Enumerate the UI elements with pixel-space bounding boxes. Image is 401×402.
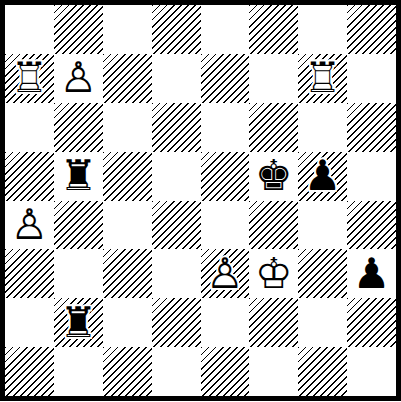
square-d7[interactable] (152, 54, 201, 103)
square-f5[interactable]: ♚♚ (249, 152, 298, 201)
square-h1[interactable] (347, 347, 396, 396)
square-d1[interactable] (152, 347, 201, 396)
square-h2[interactable] (347, 298, 396, 347)
white-rook: ♜♖ (5, 54, 54, 103)
square-e7[interactable] (201, 54, 250, 103)
square-c5[interactable] (103, 152, 152, 201)
square-g4[interactable] (298, 201, 347, 250)
square-a2[interactable] (5, 298, 54, 347)
square-a4[interactable]: ♟♙ (5, 201, 54, 250)
white-pawn: ♟♙ (5, 201, 54, 250)
square-e6[interactable] (201, 103, 250, 152)
square-g1[interactable] (298, 347, 347, 396)
square-h5[interactable] (347, 152, 396, 201)
square-f4[interactable] (249, 201, 298, 250)
black-king: ♚♚ (249, 152, 298, 201)
square-d4[interactable] (152, 201, 201, 250)
black-pawn: ♟♟ (347, 249, 396, 298)
square-c8[interactable] (103, 5, 152, 54)
white-king: ♚♔ (249, 249, 298, 298)
square-d2[interactable] (152, 298, 201, 347)
square-f7[interactable] (249, 54, 298, 103)
square-a5[interactable] (5, 152, 54, 201)
square-c3[interactable] (103, 249, 152, 298)
square-e1[interactable] (201, 347, 250, 396)
square-e4[interactable] (201, 201, 250, 250)
square-c1[interactable] (103, 347, 152, 396)
square-c6[interactable] (103, 103, 152, 152)
square-h3[interactable]: ♟♟ (347, 249, 396, 298)
square-h7[interactable] (347, 54, 396, 103)
square-g7[interactable]: ♜♖ (298, 54, 347, 103)
square-b4[interactable] (54, 201, 103, 250)
square-f3[interactable]: ♚♔ (249, 249, 298, 298)
square-a3[interactable] (5, 249, 54, 298)
square-f2[interactable] (249, 298, 298, 347)
square-c4[interactable] (103, 201, 152, 250)
chess-board: ♜♖♟♙♜♖♜♜♚♚♟♟♟♙♟♙♚♔♟♟♜♜ (0, 0, 401, 401)
white-rook: ♜♖ (298, 54, 347, 103)
square-g2[interactable] (298, 298, 347, 347)
square-e3[interactable]: ♟♙ (201, 249, 250, 298)
square-c2[interactable] (103, 298, 152, 347)
piece-glyph: ♙ (201, 249, 250, 298)
square-b8[interactable] (54, 5, 103, 54)
white-pawn: ♟♙ (201, 249, 250, 298)
square-b7[interactable]: ♟♙ (54, 54, 103, 103)
piece-glyph: ♔ (249, 249, 298, 298)
square-e5[interactable] (201, 152, 250, 201)
square-b3[interactable] (54, 249, 103, 298)
square-f1[interactable] (249, 347, 298, 396)
piece-glyph: ♜ (54, 152, 103, 201)
square-h6[interactable] (347, 103, 396, 152)
square-g8[interactable] (298, 5, 347, 54)
piece-glyph: ♜ (54, 298, 103, 347)
square-e8[interactable] (201, 5, 250, 54)
white-pawn: ♟♙ (54, 54, 103, 103)
black-rook: ♜♜ (54, 152, 103, 201)
chess-diagram: ♜♖♟♙♜♖♜♜♚♚♟♟♟♙♟♙♚♔♟♟♜♜ (0, 0, 401, 402)
square-d8[interactable] (152, 5, 201, 54)
square-h8[interactable] (347, 5, 396, 54)
square-b5[interactable]: ♜♜ (54, 152, 103, 201)
piece-glyph: ♙ (5, 201, 54, 250)
square-b6[interactable] (54, 103, 103, 152)
square-f6[interactable] (249, 103, 298, 152)
square-e2[interactable] (201, 298, 250, 347)
square-a8[interactable] (5, 5, 54, 54)
square-f8[interactable] (249, 5, 298, 54)
square-c7[interactable] (103, 54, 152, 103)
square-a1[interactable] (5, 347, 54, 396)
square-b1[interactable] (54, 347, 103, 396)
square-h4[interactable] (347, 201, 396, 250)
piece-glyph: ♙ (54, 54, 103, 103)
piece-glyph: ♚ (249, 152, 298, 201)
piece-glyph: ♖ (298, 54, 347, 103)
square-g3[interactable] (298, 249, 347, 298)
piece-glyph: ♟ (347, 249, 396, 298)
square-d5[interactable] (152, 152, 201, 201)
black-pawn: ♟♟ (298, 152, 347, 201)
square-d3[interactable] (152, 249, 201, 298)
square-g5[interactable]: ♟♟ (298, 152, 347, 201)
square-b2[interactable]: ♜♜ (54, 298, 103, 347)
piece-glyph: ♖ (5, 54, 54, 103)
square-a7[interactable]: ♜♖ (5, 54, 54, 103)
square-d6[interactable] (152, 103, 201, 152)
piece-glyph: ♟ (298, 152, 347, 201)
square-a6[interactable] (5, 103, 54, 152)
square-g6[interactable] (298, 103, 347, 152)
black-rook: ♜♜ (54, 298, 103, 347)
